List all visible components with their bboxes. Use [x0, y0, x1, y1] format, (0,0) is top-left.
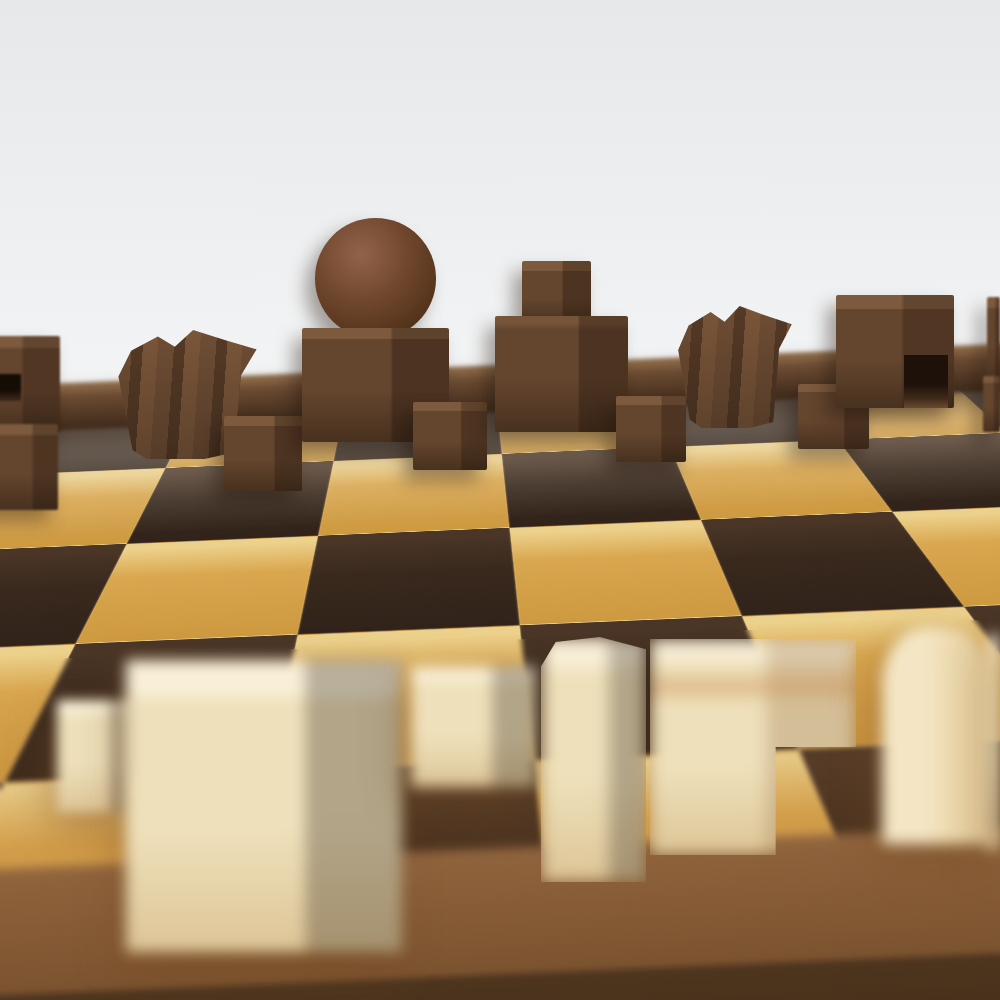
white-pawn-b [411, 666, 536, 787]
white-knight [650, 639, 856, 855]
black-king [495, 261, 628, 432]
black-pawn-d [616, 396, 686, 462]
white-rook [126, 660, 402, 952]
black-knight-kingside [836, 295, 954, 408]
white-king [882, 626, 993, 844]
black-pawn-a [0, 424, 58, 510]
black-pawn-c [413, 402, 487, 470]
black-pawn-f [983, 376, 1000, 432]
black-bishop-kingside [677, 306, 793, 428]
white-bishop [541, 637, 646, 882]
black-pawn-b [224, 416, 302, 491]
black-knight-queenside [0, 336, 60, 432]
black-rook-kingside [987, 297, 1000, 382]
white-edge-piece [988, 634, 1000, 850]
pieces-layer [0, 0, 1000, 1000]
studio-backdrop [0, 0, 1000, 1000]
